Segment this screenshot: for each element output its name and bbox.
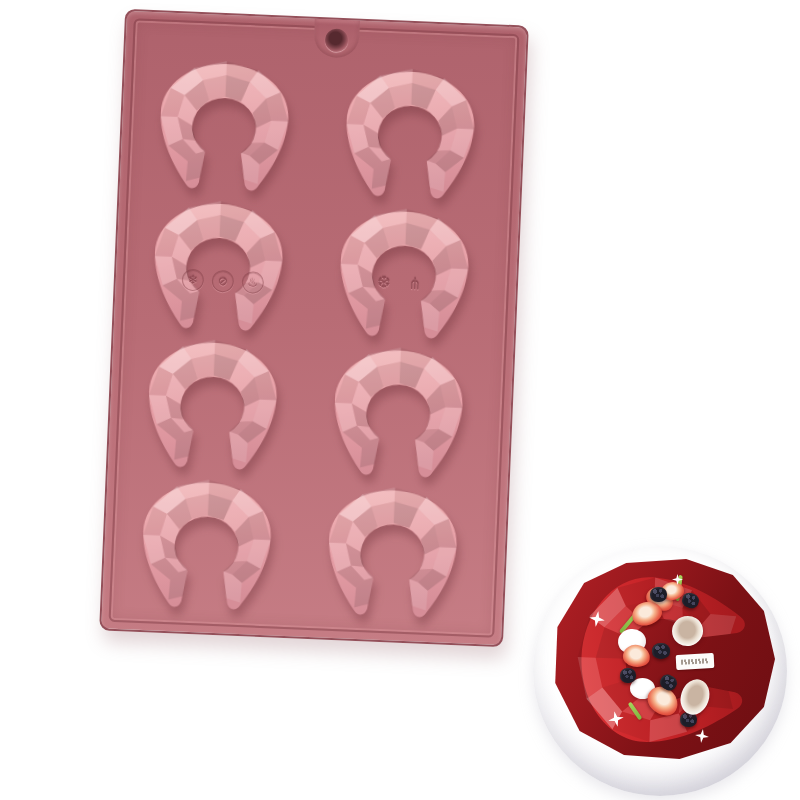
hang-hole bbox=[325, 28, 349, 52]
crescent-cavity-7 bbox=[124, 470, 289, 616]
embossed-icon-group-right: ❆⋔ bbox=[374, 272, 426, 294]
crescent-cavity-6 bbox=[315, 338, 480, 484]
crescent-shape bbox=[136, 191, 301, 337]
embossed-icon-group-left: ❄⊘♨ bbox=[181, 268, 264, 293]
no-direct-flame-icon: ⊘ bbox=[211, 270, 234, 293]
crescent-shape bbox=[130, 331, 295, 477]
crescent-shape bbox=[124, 470, 289, 616]
food-safe-icon: ⋔ bbox=[405, 274, 426, 295]
blackberry-decoration bbox=[650, 587, 667, 602]
crescent-shape bbox=[315, 338, 480, 484]
cake-decorations bbox=[533, 546, 787, 796]
crescent-cavity-5 bbox=[130, 331, 295, 477]
star-decoration bbox=[607, 710, 626, 729]
crescent-cavity-1 bbox=[142, 52, 307, 198]
cavity-grid bbox=[125, 52, 492, 602]
product-photo: ❄⊘♨ ❆⋔ bbox=[0, 0, 800, 800]
finished-cake-inset bbox=[533, 546, 787, 796]
crescent-shape bbox=[327, 60, 492, 206]
oven-safe-icon: ♨ bbox=[241, 271, 264, 294]
freezer-safe-icon: ❄ bbox=[181, 268, 204, 291]
crescent-shape bbox=[309, 478, 474, 624]
stick-decoration bbox=[628, 702, 643, 721]
disc-decoration bbox=[676, 676, 714, 719]
crescent-shape bbox=[142, 52, 307, 198]
hang-tab bbox=[313, 19, 360, 59]
silicone-mold: ❄⊘♨ ❆⋔ bbox=[99, 9, 529, 647]
crescent-cavity-3 bbox=[136, 191, 301, 337]
plate bbox=[533, 546, 787, 796]
crescent-shape bbox=[321, 199, 486, 345]
plaque-decoration bbox=[676, 653, 715, 670]
star-decoration bbox=[694, 728, 710, 744]
crescent-cavity-8 bbox=[309, 478, 474, 624]
crescent-cavity-4 bbox=[321, 199, 486, 345]
blackberry-decoration bbox=[620, 668, 636, 683]
disc-decoration bbox=[669, 613, 706, 649]
blackberry-decoration bbox=[652, 643, 670, 659]
star-decoration bbox=[588, 610, 607, 629]
temperature-range-icon: ❆ bbox=[374, 272, 395, 293]
crescent-cavity-2 bbox=[327, 60, 492, 206]
